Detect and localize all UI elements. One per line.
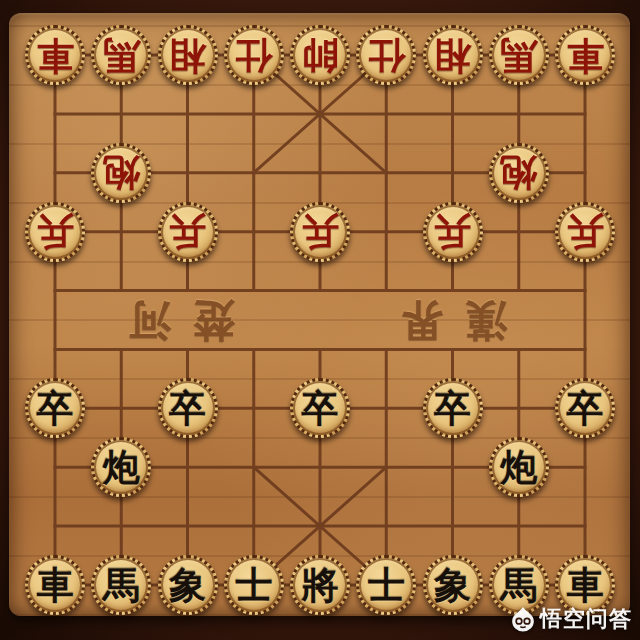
piece-glyph: 相 — [169, 37, 206, 74]
piece-glyph: 炮 — [500, 449, 537, 486]
piece-glyph: 卒 — [302, 390, 339, 427]
piece-glyph: 炮 — [103, 154, 140, 191]
piece-glyph: 車 — [567, 37, 604, 74]
piece-glyph: 兵 — [169, 213, 206, 250]
piece-glyph: 車 — [567, 567, 604, 604]
piece-glyph: 兵 — [434, 213, 471, 250]
piece-glyph: 馬 — [103, 567, 140, 604]
piece-glyph: 士 — [235, 567, 272, 604]
piece-black-elephant[interactable]: 象 — [158, 555, 218, 615]
piece-glyph: 兵 — [302, 213, 339, 250]
piece-glyph: 將 — [302, 567, 339, 604]
piece-black-general[interactable]: 將 — [290, 555, 350, 615]
piece-glyph: 馬 — [500, 37, 537, 74]
piece-glyph: 卒 — [434, 390, 471, 427]
piece-black-chariot[interactable]: 車 — [25, 555, 85, 615]
piece-glyph: 士 — [368, 567, 405, 604]
piece-red-advisor[interactable]: 仕 — [356, 25, 416, 85]
piece-glyph: 卒 — [169, 390, 206, 427]
piece-red-elephant[interactable]: 相 — [158, 25, 218, 85]
piece-red-horse[interactable]: 馬 — [489, 25, 549, 85]
piece-glyph: 仕 — [368, 37, 405, 74]
piece-glyph: 炮 — [103, 449, 140, 486]
piece-black-soldier[interactable]: 卒 — [423, 378, 483, 438]
piece-glyph: 兵 — [37, 213, 74, 250]
xiangqi-app-window: 楚河 漢界 車馬相仕帥仕相馬車炮炮兵兵兵兵兵卒卒卒卒卒炮炮車馬象士將士象馬車 悟… — [0, 0, 640, 640]
wukong-monkey-logo-icon — [510, 606, 536, 632]
piece-glyph: 炮 — [500, 154, 537, 191]
piece-red-soldier[interactable]: 兵 — [158, 202, 218, 262]
piece-red-general[interactable]: 帥 — [290, 25, 350, 85]
piece-glyph: 帥 — [302, 37, 339, 74]
piece-red-chariot[interactable]: 車 — [25, 25, 85, 85]
piece-red-advisor[interactable]: 仕 — [224, 25, 284, 85]
piece-glyph: 卒 — [567, 390, 604, 427]
piece-black-advisor[interactable]: 士 — [356, 555, 416, 615]
piece-black-soldier[interactable]: 卒 — [290, 378, 350, 438]
piece-black-soldier[interactable]: 卒 — [25, 378, 85, 438]
piece-red-soldier[interactable]: 兵 — [25, 202, 85, 262]
piece-glyph: 馬 — [500, 567, 537, 604]
piece-red-horse[interactable]: 馬 — [91, 25, 151, 85]
piece-red-chariot[interactable]: 車 — [555, 25, 615, 85]
piece-glyph: 車 — [37, 567, 74, 604]
piece-red-soldier[interactable]: 兵 — [555, 202, 615, 262]
piece-black-soldier[interactable]: 卒 — [555, 378, 615, 438]
piece-black-soldier[interactable]: 卒 — [158, 378, 218, 438]
piece-red-cannon[interactable]: 炮 — [489, 143, 549, 203]
piece-glyph: 相 — [434, 37, 471, 74]
piece-black-cannon[interactable]: 炮 — [489, 437, 549, 497]
piece-glyph: 馬 — [103, 37, 140, 74]
piece-red-soldier[interactable]: 兵 — [290, 202, 350, 262]
piece-glyph: 車 — [37, 37, 74, 74]
piece-glyph: 象 — [434, 567, 471, 604]
piece-black-advisor[interactable]: 士 — [224, 555, 284, 615]
river-label-chu-he: 楚河 — [96, 294, 246, 346]
piece-red-soldier[interactable]: 兵 — [423, 202, 483, 262]
piece-red-elephant[interactable]: 相 — [423, 25, 483, 85]
watermark-text: 悟空问答 — [540, 604, 632, 634]
piece-red-cannon[interactable]: 炮 — [91, 143, 151, 203]
river-label-han-jie: 漢界 — [368, 294, 518, 346]
piece-glyph: 卒 — [37, 390, 74, 427]
piece-glyph: 兵 — [567, 213, 604, 250]
piece-black-horse[interactable]: 馬 — [91, 555, 151, 615]
piece-glyph: 象 — [169, 567, 206, 604]
piece-black-elephant[interactable]: 象 — [423, 555, 483, 615]
watermark: 悟空问答 — [510, 604, 632, 634]
piece-glyph: 仕 — [235, 37, 272, 74]
